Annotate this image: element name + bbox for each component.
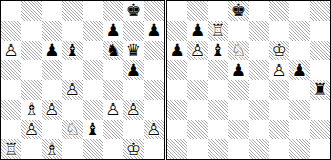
square-f6: ♔ [269, 41, 289, 61]
square-h2 [310, 120, 330, 140]
white-knight-icon: ♘ [231, 41, 246, 58]
square-a3 [1, 100, 21, 120]
black-pawn-icon: ♟ [126, 61, 141, 78]
black-king-icon: ♚ [126, 2, 141, 19]
square-c6: ♟ [42, 41, 62, 61]
square-a1: ♖ [1, 139, 21, 159]
square-h3 [310, 100, 330, 120]
square-a8 [167, 1, 187, 21]
black-knight-icon: ♞ [105, 41, 120, 58]
square-c8 [42, 1, 62, 21]
square-f5 [103, 60, 123, 80]
chess-diagram-pair: ♚♟♟♙♟♝♞♛♟♙♗♙♙♙♙♘♝♙♖♗♔♚♟♖♟♙♝♘♔♟♙♟♜ [0, 0, 331, 160]
square-f8 [269, 1, 289, 21]
square-a6: ♙ [1, 41, 21, 61]
white-king-icon: ♔ [271, 41, 286, 58]
white-pawn-icon: ♙ [65, 81, 80, 98]
square-e4 [83, 80, 103, 100]
white-bishop-icon: ♗ [24, 101, 39, 118]
square-f6: ♞ [103, 41, 123, 61]
square-g1: ♔ [123, 139, 143, 159]
square-b7: ♟ [187, 21, 207, 41]
white-bishop-icon: ♗ [44, 140, 59, 157]
black-pawn-icon: ♟ [292, 61, 307, 78]
square-e4 [249, 80, 269, 100]
square-b6 [21, 41, 41, 61]
square-a4 [1, 80, 21, 100]
square-b2: ♙ [21, 120, 41, 140]
square-g2 [123, 120, 143, 140]
black-rook-icon: ♜ [312, 81, 327, 98]
square-c6: ♝ [208, 41, 228, 61]
square-f7 [269, 21, 289, 41]
white-knight-icon: ♘ [65, 120, 80, 137]
square-d5 [62, 60, 82, 80]
square-b7 [21, 21, 41, 41]
white-pawn-icon: ♙ [271, 61, 286, 78]
white-pawn-icon: ♙ [4, 41, 19, 58]
square-g3: ♙ [123, 100, 143, 120]
square-d5: ♟ [228, 60, 248, 80]
square-c7: ♖ [208, 21, 228, 41]
square-c2 [42, 120, 62, 140]
square-g7 [123, 21, 143, 41]
square-e5 [249, 60, 269, 80]
square-e2 [249, 120, 269, 140]
square-h5 [310, 60, 330, 80]
square-h4 [144, 80, 164, 100]
square-a1 [167, 139, 187, 159]
square-h7: ♟ [144, 21, 164, 41]
square-d2 [228, 120, 248, 140]
left-board: ♚♟♟♙♟♝♞♛♟♙♗♙♙♙♙♘♝♙♖♗♔ [0, 0, 165, 160]
black-pawn-icon: ♟ [105, 22, 120, 39]
white-pawn-icon: ♙ [105, 101, 120, 118]
square-d4: ♙ [62, 80, 82, 100]
white-pawn-icon: ♙ [126, 101, 141, 118]
black-pawn-icon: ♟ [44, 41, 59, 58]
white-pawn-icon: ♙ [146, 120, 161, 137]
square-b8 [187, 1, 207, 21]
square-h6 [310, 41, 330, 61]
square-b8 [21, 1, 41, 21]
square-h8 [310, 1, 330, 21]
square-e7 [83, 21, 103, 41]
white-rook-icon: ♖ [210, 22, 225, 39]
square-b4 [187, 80, 207, 100]
square-f7: ♟ [103, 21, 123, 41]
square-f3: ♙ [103, 100, 123, 120]
square-e8 [83, 1, 103, 21]
right-board: ♚♟♖♟♙♝♘♔♟♙♟♜ [166, 0, 331, 160]
square-g5: ♟ [123, 60, 143, 80]
square-f3 [269, 100, 289, 120]
black-pawn-icon: ♟ [146, 22, 161, 39]
square-e7 [249, 21, 269, 41]
square-d7 [62, 21, 82, 41]
square-a7 [167, 21, 187, 41]
square-g8: ♚ [123, 1, 143, 21]
square-f1 [269, 139, 289, 159]
square-b1 [187, 139, 207, 159]
square-h8 [144, 1, 164, 21]
square-c7 [42, 21, 62, 41]
black-queen-icon: ♛ [126, 41, 141, 58]
square-a4 [167, 80, 187, 100]
white-pawn-icon: ♙ [44, 101, 59, 118]
square-e2: ♝ [83, 120, 103, 140]
square-d3 [62, 100, 82, 120]
black-king-icon: ♚ [231, 2, 246, 19]
square-b4 [21, 80, 41, 100]
white-pawn-icon: ♙ [24, 120, 39, 137]
square-g3 [289, 100, 309, 120]
square-a2 [1, 120, 21, 140]
square-e6 [83, 41, 103, 61]
square-c3 [208, 100, 228, 120]
square-h1 [310, 139, 330, 159]
square-a3 [167, 100, 187, 120]
square-e1 [83, 139, 103, 159]
square-d8: ♚ [228, 1, 248, 21]
square-e1 [249, 139, 269, 159]
square-a2 [167, 120, 187, 140]
square-d2: ♘ [62, 120, 82, 140]
square-h5 [144, 60, 164, 80]
black-pawn-icon: ♟ [231, 61, 246, 78]
square-h2: ♙ [144, 120, 164, 140]
black-pawn-icon: ♟ [190, 22, 205, 39]
square-e8 [249, 1, 269, 21]
square-b1 [21, 139, 41, 159]
square-c3: ♙ [42, 100, 62, 120]
square-d8 [62, 1, 82, 21]
square-g5: ♟ [289, 60, 309, 80]
square-h7 [310, 21, 330, 41]
square-e5 [83, 60, 103, 80]
square-b5 [187, 60, 207, 80]
square-c4 [42, 80, 62, 100]
square-a5 [167, 60, 187, 80]
square-e6 [249, 41, 269, 61]
square-f2 [103, 120, 123, 140]
square-d1 [228, 139, 248, 159]
square-g7 [289, 21, 309, 41]
square-g4 [123, 80, 143, 100]
square-f1 [103, 139, 123, 159]
square-g6: ♛ [123, 41, 143, 61]
square-c8 [208, 1, 228, 21]
square-b5 [21, 60, 41, 80]
square-h4: ♜ [310, 80, 330, 100]
square-c5 [208, 60, 228, 80]
square-a6: ♟ [167, 41, 187, 61]
square-g1 [289, 139, 309, 159]
square-b6: ♙ [187, 41, 207, 61]
square-g6 [289, 41, 309, 61]
square-f5: ♙ [269, 60, 289, 80]
square-d6: ♝ [62, 41, 82, 61]
square-d7 [228, 21, 248, 41]
square-d6: ♘ [228, 41, 248, 61]
square-h1 [144, 139, 164, 159]
square-a8 [1, 1, 21, 21]
square-a5 [1, 60, 21, 80]
white-king-icon: ♔ [126, 140, 141, 157]
square-c2 [208, 120, 228, 140]
square-b3 [187, 100, 207, 120]
square-f2 [269, 120, 289, 140]
square-a7 [1, 21, 21, 41]
white-pawn-icon: ♙ [190, 41, 205, 58]
square-g8 [289, 1, 309, 21]
square-c5 [42, 60, 62, 80]
square-g4 [289, 80, 309, 100]
black-bishop-icon: ♝ [65, 41, 80, 58]
square-h3 [144, 100, 164, 120]
square-c4 [208, 80, 228, 100]
square-d1 [62, 139, 82, 159]
square-f4 [103, 80, 123, 100]
square-b2 [187, 120, 207, 140]
square-g2 [289, 120, 309, 140]
square-f4 [269, 80, 289, 100]
square-b3: ♗ [21, 100, 41, 120]
square-f8 [103, 1, 123, 21]
square-d4 [228, 80, 248, 100]
square-c1 [208, 139, 228, 159]
square-e3 [249, 100, 269, 120]
square-c1: ♗ [42, 139, 62, 159]
square-h6 [144, 41, 164, 61]
black-bishop-icon: ♝ [210, 41, 225, 58]
white-rook-icon: ♖ [4, 140, 19, 157]
black-pawn-icon: ♟ [170, 41, 185, 58]
square-d3 [228, 100, 248, 120]
black-bishop-icon: ♝ [85, 120, 100, 137]
square-e3 [83, 100, 103, 120]
